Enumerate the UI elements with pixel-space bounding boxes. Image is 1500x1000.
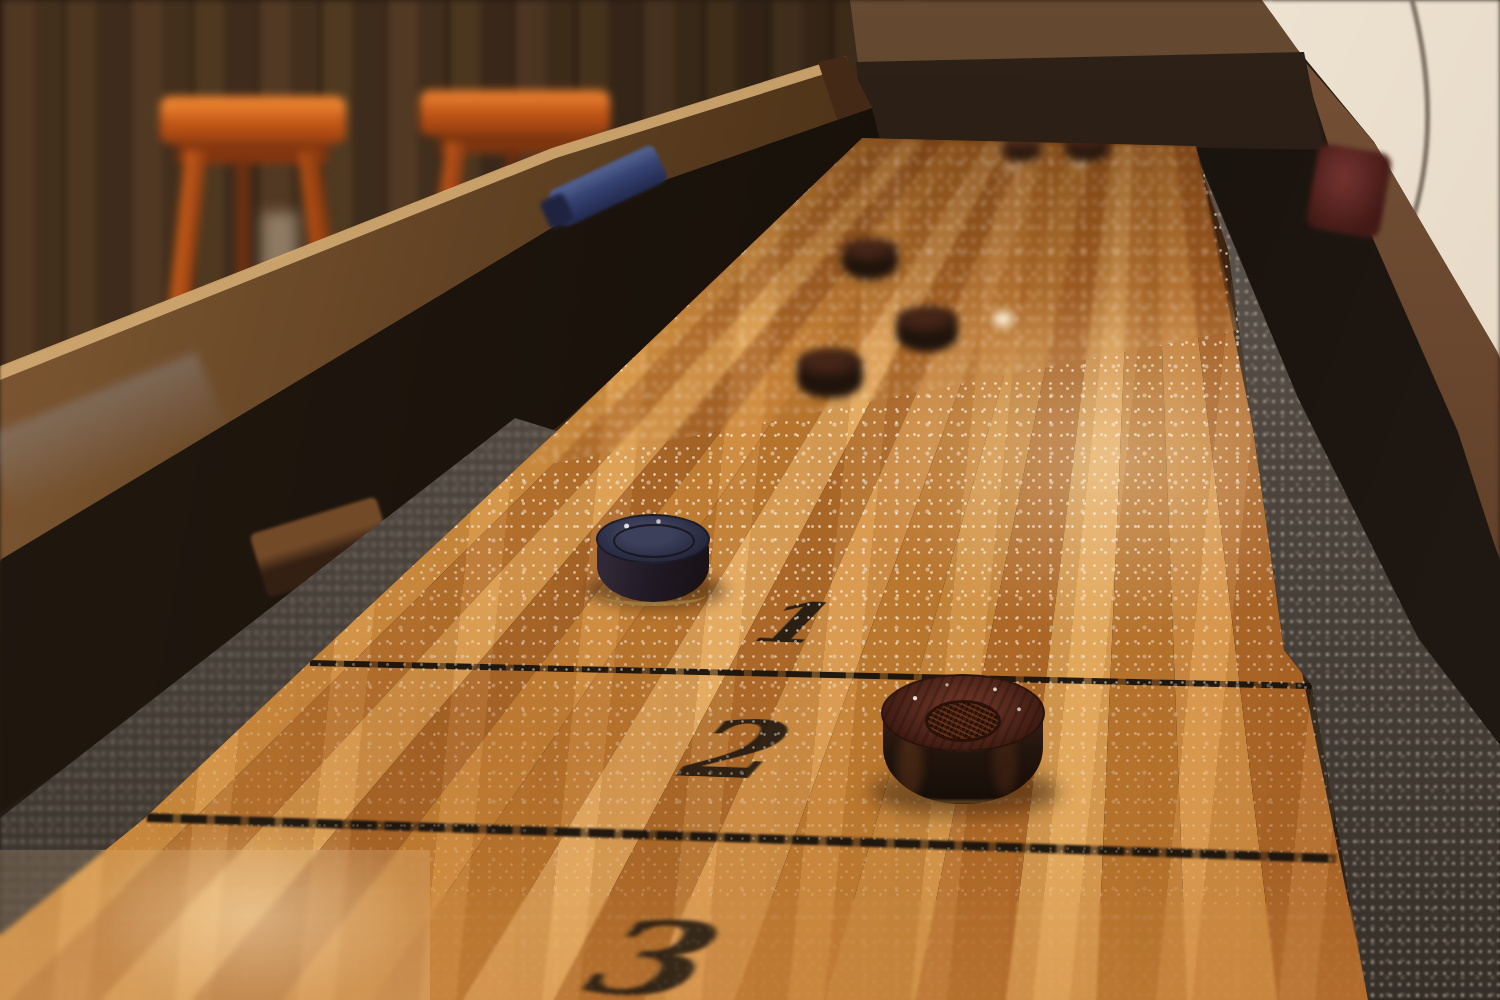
stool-seat xyxy=(420,90,610,136)
stool-seat xyxy=(160,96,346,144)
red-bumper-pad xyxy=(1305,142,1393,240)
puck-gold-ring xyxy=(889,782,1037,804)
puck-blue[interactable] xyxy=(596,512,710,606)
puck-top-ring xyxy=(613,524,695,558)
puck-maroon[interactable] xyxy=(881,674,1045,806)
shuffleboard-photo-scene: 1 2 3 xyxy=(0,0,1500,1000)
puck-brass-ring xyxy=(600,584,706,606)
puck-grip-cap xyxy=(925,700,1001,742)
foreground-blur-corner xyxy=(0,850,430,1000)
